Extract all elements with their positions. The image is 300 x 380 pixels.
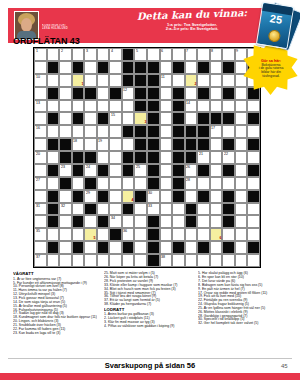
grid-cell[interactable] [185, 241, 198, 254]
grid-cell[interactable]: 6 [160, 48, 173, 61]
grid-cell[interactable] [59, 241, 72, 254]
grid-cell[interactable]: 24 [84, 164, 97, 177]
grid-cell[interactable]: 20 [34, 151, 47, 164]
grid-cell-black [147, 241, 160, 254]
grid-cell[interactable] [160, 215, 173, 228]
grid-cell[interactable] [134, 177, 147, 190]
across-header: VÅGRÄTT [13, 271, 103, 276]
grid-cell[interactable] [109, 74, 122, 87]
grid-cell[interactable] [160, 190, 173, 203]
grid-cell[interactable] [59, 254, 72, 267]
grid-cell[interactable] [222, 48, 235, 61]
grid-cell[interactable] [185, 254, 198, 267]
grid-cell[interactable] [235, 125, 248, 138]
grid-cell-yellow[interactable]: 5 [84, 228, 97, 241]
grid-cell[interactable] [72, 254, 85, 267]
grid-cell[interactable]: 4 [109, 48, 122, 61]
cell-number: 4 [111, 49, 113, 53]
grid-cell-black [72, 151, 85, 164]
grid-cell[interactable] [147, 48, 160, 61]
grid-cell[interactable]: 23 [59, 164, 72, 177]
grid-cell-black [72, 61, 85, 74]
grid-cell[interactable] [109, 61, 122, 74]
grid-cell[interactable] [210, 190, 223, 203]
grid-cell[interactable] [109, 177, 122, 190]
grid-cell-black [247, 164, 260, 177]
grid-cell[interactable] [134, 203, 147, 216]
grid-cell-black [222, 112, 235, 125]
grid-cell[interactable] [235, 190, 248, 203]
grid-cell-black [84, 177, 97, 190]
grid-cell[interactable]: 33 [147, 203, 160, 216]
grid-cell[interactable] [122, 254, 135, 267]
grid-cell[interactable] [235, 215, 248, 228]
grid-cell[interactable] [84, 61, 97, 74]
grid-cell[interactable] [97, 254, 110, 267]
grid-cell-black [172, 164, 185, 177]
cell-number: 7 [186, 49, 188, 53]
cell-number: 5 [136, 49, 138, 53]
grid-cell[interactable] [59, 74, 72, 87]
grid-cell[interactable] [34, 138, 47, 151]
grid-cell[interactable]: 5 [134, 48, 147, 61]
grid-cell[interactable] [109, 125, 122, 138]
grid-cell-black [172, 100, 185, 113]
grid-cell[interactable] [72, 228, 85, 241]
grid-cell[interactable]: 38 [160, 254, 173, 267]
grid-cell[interactable] [97, 100, 110, 113]
grid-cell[interactable] [222, 100, 235, 113]
cell-number: 26 [186, 165, 190, 169]
grid-cell[interactable] [160, 100, 173, 113]
grid-cell[interactable] [210, 254, 223, 267]
grid-cell-black [147, 151, 160, 164]
howto-heading: Gör så här: [247, 58, 295, 63]
cell-number: 29 [86, 191, 90, 195]
grid-cell-black [84, 203, 97, 216]
grid-cell[interactable]: 29 [84, 190, 97, 203]
grid-cell[interactable] [97, 228, 110, 241]
grid-cell[interactable] [185, 87, 198, 100]
down-clues-col3: 5. Har skalat pålägg och ägg (6)6. En sp… [198, 271, 295, 325]
grid-cell[interactable] [97, 203, 110, 216]
grid-cell[interactable] [97, 177, 110, 190]
grid-cell-black [222, 215, 235, 228]
cell-number: 20 [36, 152, 40, 156]
grid-cell[interactable] [172, 215, 185, 228]
grid-cell-black [147, 254, 160, 267]
grid-cell[interactable] [172, 203, 185, 216]
lottery-ticket: 25 [256, 2, 294, 49]
grid-cell-black [47, 164, 60, 177]
cell-number: 10 [36, 75, 40, 79]
grid-cell[interactable] [122, 112, 135, 125]
grid-cell[interactable] [109, 151, 122, 164]
grid-cell-yellow[interactable]: 2 [185, 74, 198, 87]
grid-cell[interactable] [160, 164, 173, 177]
grid-cell[interactable] [247, 215, 260, 228]
grid-cell[interactable] [47, 48, 60, 61]
grid-cell[interactable] [34, 190, 47, 203]
grid-cell[interactable] [122, 138, 135, 151]
grid-cell[interactable] [235, 241, 248, 254]
grid-cell-black [72, 112, 85, 125]
grid-cell[interactable]: 15 [109, 112, 122, 125]
grid-cell[interactable] [97, 48, 110, 61]
cell-number: 35 [36, 229, 40, 233]
grid-cell-black [122, 48, 135, 61]
grid-cell[interactable] [109, 241, 122, 254]
page-title: ORDFLÄTAN 43 [13, 36, 80, 46]
grid-cell[interactable] [34, 241, 47, 254]
grid-cell[interactable]: 26 [185, 164, 198, 177]
grid-cell[interactable] [59, 125, 72, 138]
grid-cell[interactable] [222, 177, 235, 190]
grid-cell[interactable] [97, 87, 110, 100]
grid-cell[interactable] [210, 177, 223, 190]
grid-cell-black [59, 177, 72, 190]
grid-cell-black [122, 61, 135, 74]
cell-number: 33 [148, 204, 152, 208]
grid-cell[interactable] [247, 151, 260, 164]
grid-cell[interactable]: 13 [34, 100, 47, 113]
cell-number: 25 [136, 165, 140, 169]
grid-cell[interactable] [47, 254, 60, 267]
grid-cell-black [172, 112, 185, 125]
howto-lines: Bokstävernai de gula rutornabildar här d… [247, 62, 295, 77]
cell-number: 11 [161, 75, 165, 79]
grid-cell-yellow[interactable]: 1 [72, 74, 85, 87]
cell-number: 15 [111, 113, 115, 117]
grid-cell[interactable] [84, 215, 97, 228]
cell-number: 38 [161, 255, 165, 259]
grid-cell[interactable] [197, 100, 210, 113]
cell-number: 12 [123, 88, 127, 92]
grid-cell[interactable] [72, 48, 85, 61]
grid-cell-black [185, 203, 198, 216]
yellow-cell-label: 3 [144, 121, 146, 125]
grid-cell[interactable]: 1 [34, 48, 47, 61]
grid-cell[interactable] [97, 125, 110, 138]
cell-number: 3 [86, 49, 88, 53]
grid-cell[interactable] [235, 203, 248, 216]
cell-number: 34 [111, 216, 115, 220]
grid-cell[interactable] [134, 228, 147, 241]
grid-cell[interactable] [185, 228, 198, 241]
grid-cell-black [197, 112, 210, 125]
grid-cell[interactable] [84, 100, 97, 113]
grid-cell[interactable] [210, 241, 223, 254]
grid-cell-black [147, 138, 160, 151]
grid-cell[interactable] [34, 87, 47, 100]
grid-cell[interactable] [222, 125, 235, 138]
grid-cell[interactable] [185, 190, 198, 203]
grid-cell-black [185, 151, 198, 164]
grid-cell[interactable] [97, 74, 110, 87]
grid-cell[interactable] [197, 177, 210, 190]
grid-cell[interactable]: 11 [160, 74, 173, 87]
grid-cell-black [197, 125, 210, 138]
grid-cell-black [122, 125, 135, 138]
grid-cell[interactable] [84, 241, 97, 254]
grid-cell[interactable]: 17 [210, 125, 223, 138]
cell-number: 2 [61, 49, 63, 53]
grid-cell[interactable] [122, 100, 135, 113]
text-line: i de gula rutorna [247, 66, 295, 70]
grid-cell[interactable] [160, 228, 173, 241]
grid-cell-black [222, 203, 235, 216]
grid-cell[interactable] [160, 203, 173, 216]
grid-cell-black [47, 138, 60, 151]
grid-cell[interactable] [47, 151, 60, 164]
grid-cell-black [134, 125, 147, 138]
grid-cell[interactable] [197, 215, 210, 228]
grid-cell[interactable]: 10 [34, 74, 47, 87]
grid-cell[interactable] [235, 100, 248, 113]
grid-cell[interactable] [59, 87, 72, 100]
grid-cell[interactable] [109, 100, 122, 113]
grid-cell[interactable]: 37 [34, 254, 47, 267]
grid-cell-black [147, 61, 160, 74]
grid-cell[interactable] [72, 100, 85, 113]
grid-cell[interactable] [235, 138, 248, 151]
grid-cell[interactable] [59, 112, 72, 125]
grid-cell[interactable] [34, 61, 47, 74]
grid-cell[interactable] [72, 177, 85, 190]
grid-cell[interactable] [34, 112, 47, 125]
grid-cell[interactable] [235, 151, 248, 164]
grid-cell[interactable] [247, 228, 260, 241]
grid-cell[interactable] [47, 125, 60, 138]
cell-number: 23 [61, 165, 65, 169]
grid-cell[interactable]: 18 [72, 138, 85, 151]
grid-cell[interactable] [247, 125, 260, 138]
grid-cell-black [109, 228, 122, 241]
grid-cell-black [247, 190, 260, 203]
grid-cell[interactable]: 21 [197, 151, 210, 164]
grid-cell[interactable] [235, 228, 248, 241]
grid-cell[interactable] [97, 151, 110, 164]
grid-cell[interactable] [235, 112, 248, 125]
grid-cell[interactable] [172, 74, 185, 87]
text-line: bildar här din [247, 70, 295, 74]
grid-cell-black [134, 74, 147, 87]
grid-cell-yellow[interactable]: 4 [122, 190, 135, 203]
grid-cell[interactable] [72, 125, 85, 138]
grid-cell[interactable]: 27 [34, 177, 47, 190]
grid-cell[interactable]: 14 [185, 100, 198, 113]
grid-cell[interactable] [109, 138, 122, 151]
grid-cell[interactable] [210, 164, 223, 177]
grid-cell-black [210, 112, 223, 125]
grid-cell[interactable] [59, 100, 72, 113]
grid-cell[interactable] [235, 177, 248, 190]
grid-cell[interactable] [247, 100, 260, 113]
grid-cell[interactable] [210, 61, 223, 74]
grid-cell[interactable] [247, 177, 260, 190]
grid-cell[interactable] [160, 138, 173, 151]
grid-cell[interactable] [172, 254, 185, 267]
grid-cell[interactable]: 2 [59, 48, 72, 61]
grid-cell-black [247, 112, 260, 125]
grid-cell-black [147, 215, 160, 228]
grid-cell-black [197, 164, 210, 177]
grid-cell-black [97, 61, 110, 74]
grid-cell-yellow[interactable]: 3 [134, 112, 147, 125]
grid-cell[interactable]: 31 [34, 203, 47, 216]
grid-cell[interactable] [235, 254, 248, 267]
grid-cell[interactable] [210, 215, 223, 228]
grid-cell[interactable]: 12 [122, 87, 135, 100]
grid-cell[interactable]: 28 [185, 177, 198, 190]
grid-cell[interactable] [210, 151, 223, 164]
grid-cell-black [134, 151, 147, 164]
grid-cell[interactable] [59, 190, 72, 203]
yellow-cell-label: 4 [131, 198, 133, 202]
cell-number: 17 [211, 126, 215, 130]
grid-cell[interactable]: 36 [122, 228, 135, 241]
grid-cell[interactable] [160, 112, 173, 125]
grid-cell[interactable] [247, 254, 260, 267]
grid-cell-black [222, 138, 235, 151]
footer-divider [8, 358, 292, 359]
grid-cell[interactable]: 8 [210, 48, 223, 61]
grid-cell[interactable] [47, 228, 60, 241]
grid-cell[interactable] [109, 190, 122, 203]
grid-cell-black [97, 164, 110, 177]
grid-cell[interactable] [47, 177, 60, 190]
grid-cell-black [222, 190, 235, 203]
grid-cell[interactable] [197, 74, 210, 87]
grid-cell[interactable]: 32 [59, 203, 72, 216]
grid-cell[interactable]: 22 [222, 151, 235, 164]
yellow-cell-label: 5 [94, 237, 96, 241]
grid-cell-black [147, 112, 160, 125]
grid-cell[interactable] [122, 177, 135, 190]
cell-number: 9 [236, 49, 238, 53]
grid-cell[interactable] [247, 203, 260, 216]
grid-cell[interactable] [185, 61, 198, 74]
grid-cell[interactable] [160, 61, 173, 74]
grid-cell-black [147, 164, 160, 177]
grid-cell-black [84, 87, 97, 100]
grid-cell[interactable] [109, 254, 122, 267]
grid-cell[interactable] [235, 61, 248, 74]
grid-cell[interactable] [210, 87, 223, 100]
cell-number: 19 [98, 139, 102, 143]
cell-number: 27 [36, 178, 40, 182]
grid-cell[interactable] [84, 74, 97, 87]
grid-cell[interactable]: 35 [34, 228, 47, 241]
grid-cell[interactable] [160, 177, 173, 190]
grid-cell-black [222, 61, 235, 74]
grid-cell[interactable] [59, 228, 72, 241]
grid-cell[interactable] [134, 241, 147, 254]
grid-cell[interactable]: 34 [109, 215, 122, 228]
grid-cell[interactable] [109, 203, 122, 216]
grid-cell[interactable] [160, 151, 173, 164]
grid-cell[interactable] [197, 48, 210, 61]
down-header: LODRÄTT [104, 307, 197, 312]
grid-cell[interactable] [210, 138, 223, 151]
grid-cell[interactable] [84, 138, 97, 151]
grid-cell-black [134, 87, 147, 100]
grid-cell[interactable] [197, 254, 210, 267]
cell-number: 37 [36, 255, 40, 259]
clue-item: 23. Kan båda en låga vill te (3) [13, 330, 103, 334]
grid-cell-black [122, 151, 135, 164]
grid-cell[interactable] [222, 228, 235, 241]
grid-cell[interactable]: 3 [84, 48, 97, 61]
grid-cell[interactable]: 19 [97, 138, 110, 151]
grid-cell[interactable]: 7 [185, 48, 198, 61]
grid-cell-black [97, 112, 110, 125]
grid-cell[interactable] [84, 112, 97, 125]
grid-cell[interactable] [197, 228, 210, 241]
grid-cell[interactable] [160, 241, 173, 254]
grid-cell-black [72, 215, 85, 228]
clue-item: 32. Ger hel komplett tak över valvet (5) [198, 321, 295, 325]
grid-cell[interactable]: 25 [134, 164, 147, 177]
grid-cell[interactable] [222, 254, 235, 267]
grid-cell[interactable] [172, 228, 185, 241]
page-number: 45 [281, 363, 288, 369]
grid-cell[interactable] [72, 203, 85, 216]
grid-cell-black [197, 190, 210, 203]
grid-cell[interactable] [84, 254, 97, 267]
grid-cell[interactable] [84, 125, 97, 138]
grid-cell-black [172, 125, 185, 138]
grid-cell[interactable] [134, 215, 147, 228]
grid-cell[interactable] [197, 203, 210, 216]
grid-cell[interactable] [210, 74, 223, 87]
grid-cell[interactable] [34, 215, 47, 228]
grid-cell[interactable] [210, 203, 223, 216]
grid-cell[interactable] [160, 87, 173, 100]
grid-cell[interactable] [235, 87, 248, 100]
grid-cell[interactable] [210, 100, 223, 113]
grid-cell[interactable]: 30 [147, 190, 160, 203]
text-line: Bokstäverna [247, 62, 295, 66]
grid-cell-yellow[interactable]: 6 [210, 228, 223, 241]
cell-number: 22 [224, 152, 228, 156]
cell-number: 8 [211, 49, 213, 53]
grid-cell-black [97, 241, 110, 254]
grid-cell[interactable] [47, 74, 60, 87]
grid-cell[interactable] [59, 215, 72, 228]
grid-cell-black [72, 164, 85, 177]
grid-cell[interactable] [47, 100, 60, 113]
grid-cell[interactable] [134, 254, 147, 267]
grid-cell[interactable] [109, 164, 122, 177]
grid-cell-black [97, 215, 110, 228]
grid-cell-black [147, 100, 160, 113]
cell-number: 24 [86, 165, 90, 169]
grid-cell-black [97, 190, 110, 203]
grid-cell[interactable] [34, 164, 47, 177]
grid-cell-black [122, 203, 135, 216]
grid-cell[interactable] [185, 112, 198, 125]
grid-cell[interactable] [59, 61, 72, 74]
grid-cell[interactable] [122, 215, 135, 228]
grid-cell[interactable] [222, 74, 235, 87]
grid-cell-black [222, 241, 235, 254]
grid-cell[interactable] [160, 125, 173, 138]
grid-cell[interactable] [172, 48, 185, 61]
cell-number: 6 [161, 49, 163, 53]
grid-cell[interactable]: 16 [34, 125, 47, 138]
grid-cell[interactable] [235, 164, 248, 177]
